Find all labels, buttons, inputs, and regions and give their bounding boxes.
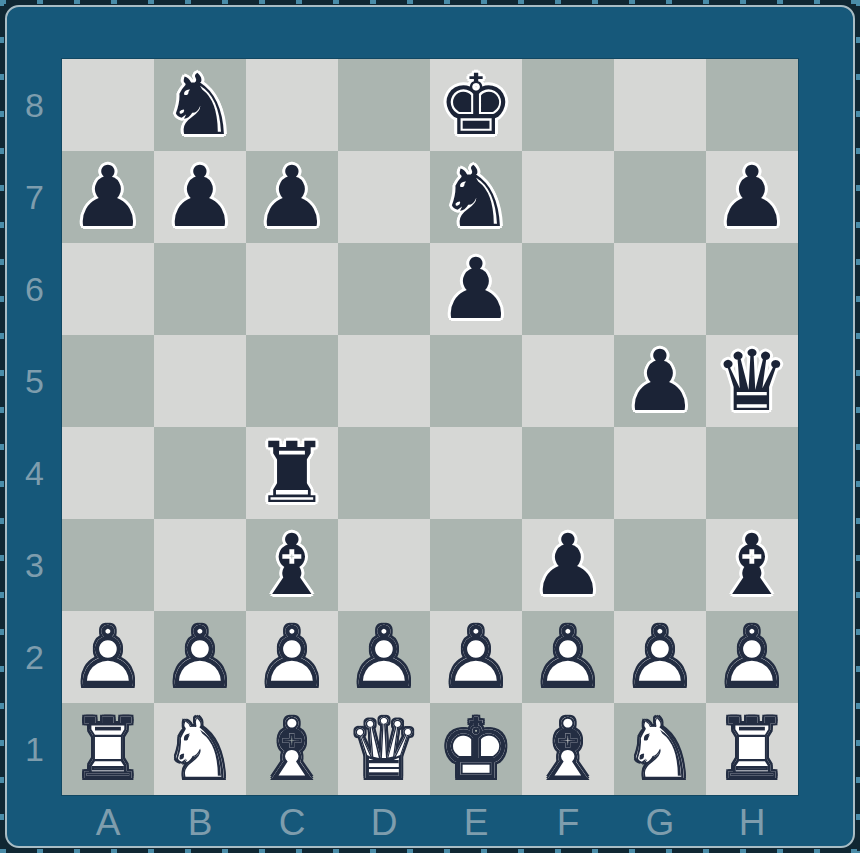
piece-black-rook[interactable]: ♜ [246, 427, 338, 519]
piece-glyph-outline: ♔ [430, 703, 522, 795]
piece-glyph-outline: ♙ [154, 611, 246, 703]
piece-black-queen[interactable]: ♛ [706, 335, 798, 427]
piece-glyph: ♚ [430, 59, 522, 151]
piece-glyph-outline: ♙ [706, 611, 798, 703]
square-a2[interactable]: ♟♙ [62, 611, 154, 703]
app-frame: 87654321 ♞♚♟♟♟♞♟♟♟♛♜♝♟♝♟♙♟♙♟♙♟♙♟♙♟♙♟♙♟♙♜… [0, 0, 860, 853]
square-a4[interactable] [62, 427, 154, 519]
piece-glyph-outline: ♘ [154, 703, 246, 795]
square-h3[interactable]: ♝ [706, 519, 798, 611]
square-d3[interactable] [338, 519, 430, 611]
square-g6[interactable] [614, 243, 706, 335]
piece-black-king[interactable]: ♚ [430, 59, 522, 151]
square-c6[interactable] [246, 243, 338, 335]
board-panel: 87654321 ♞♚♟♟♟♞♟♟♟♛♜♝♟♝♟♙♟♙♟♙♟♙♟♙♟♙♟♙♟♙♜… [5, 5, 855, 848]
square-f4[interactable] [522, 427, 614, 519]
square-b5[interactable] [154, 335, 246, 427]
square-f7[interactable] [522, 151, 614, 243]
file-label-d: D [338, 801, 430, 845]
rank-label-3: 3 [7, 519, 62, 611]
piece-glyph: ♟ [522, 519, 614, 611]
rank-label-8: 8 [7, 59, 62, 151]
piece-glyph-outline: ♘ [614, 703, 706, 795]
square-g3[interactable] [614, 519, 706, 611]
piece-white-pawn[interactable]: ♟♙ [338, 611, 430, 703]
square-f2[interactable]: ♟♙ [522, 611, 614, 703]
square-e3[interactable] [430, 519, 522, 611]
square-c1[interactable]: ♝♗ [246, 703, 338, 795]
square-h1[interactable]: ♜♖ [706, 703, 798, 795]
edge-ticks-right [856, 0, 860, 853]
square-d5[interactable] [338, 335, 430, 427]
piece-black-pawn[interactable]: ♟ [430, 243, 522, 335]
piece-white-king[interactable]: ♚♔ [430, 703, 522, 795]
square-e8[interactable]: ♚ [430, 59, 522, 151]
piece-glyph-outline: ♗ [522, 703, 614, 795]
square-b2[interactable]: ♟♙ [154, 611, 246, 703]
piece-glyph-outline: ♗ [246, 703, 338, 795]
square-a1[interactable]: ♜♖ [62, 703, 154, 795]
piece-glyph: ♟ [614, 335, 706, 427]
square-g4[interactable] [614, 427, 706, 519]
square-h8[interactable] [706, 59, 798, 151]
square-e6[interactable]: ♟ [430, 243, 522, 335]
piece-black-bishop[interactable]: ♝ [246, 519, 338, 611]
piece-glyph-outline: ♕ [338, 703, 430, 795]
square-b7[interactable]: ♟ [154, 151, 246, 243]
piece-glyph: ♜ [246, 427, 338, 519]
square-a8[interactable] [62, 59, 154, 151]
piece-black-knight[interactable]: ♞ [154, 59, 246, 151]
square-c4[interactable]: ♜ [246, 427, 338, 519]
square-f6[interactable] [522, 243, 614, 335]
rank-label-7: 7 [7, 151, 62, 243]
piece-white-bishop[interactable]: ♝♗ [246, 703, 338, 795]
piece-white-pawn[interactable]: ♟♙ [62, 611, 154, 703]
piece-white-rook[interactable]: ♜♖ [62, 703, 154, 795]
piece-black-bishop[interactable]: ♝ [706, 519, 798, 611]
file-label-e: E [430, 801, 522, 845]
square-d4[interactable] [338, 427, 430, 519]
square-a6[interactable] [62, 243, 154, 335]
rank-labels: 87654321 [7, 59, 62, 795]
chess-board[interactable]: ♞♚♟♟♟♞♟♟♟♛♜♝♟♝♟♙♟♙♟♙♟♙♟♙♟♙♟♙♟♙♜♖♞♘♝♗♛♕♚♔… [62, 59, 798, 795]
square-b1[interactable]: ♞♘ [154, 703, 246, 795]
square-f5[interactable] [522, 335, 614, 427]
rank-label-6: 6 [7, 243, 62, 335]
piece-glyph: ♛ [706, 335, 798, 427]
piece-white-queen[interactable]: ♛♕ [338, 703, 430, 795]
piece-glyph-outline: ♙ [522, 611, 614, 703]
square-b6[interactable] [154, 243, 246, 335]
square-c8[interactable] [246, 59, 338, 151]
piece-glyph-outline: ♙ [246, 611, 338, 703]
piece-black-pawn[interactable]: ♟ [246, 151, 338, 243]
file-label-g: G [614, 801, 706, 845]
piece-glyph: ♟ [430, 243, 522, 335]
piece-black-pawn[interactable]: ♟ [154, 151, 246, 243]
piece-black-pawn[interactable]: ♟ [62, 151, 154, 243]
piece-black-pawn[interactable]: ♟ [706, 151, 798, 243]
piece-white-pawn[interactable]: ♟♙ [246, 611, 338, 703]
square-e5[interactable] [430, 335, 522, 427]
rank-label-5: 5 [7, 335, 62, 427]
piece-glyph-outline: ♙ [338, 611, 430, 703]
square-c3[interactable]: ♝ [246, 519, 338, 611]
square-b4[interactable] [154, 427, 246, 519]
piece-glyph: ♟ [62, 151, 154, 243]
square-c7[interactable]: ♟ [246, 151, 338, 243]
file-label-h: H [706, 801, 798, 845]
file-label-a: A [62, 801, 154, 845]
square-e1[interactable]: ♚♔ [430, 703, 522, 795]
square-a3[interactable] [62, 519, 154, 611]
square-b3[interactable] [154, 519, 246, 611]
piece-glyph: ♝ [706, 519, 798, 611]
rank-label-4: 4 [7, 427, 62, 519]
piece-white-rook[interactable]: ♜♖ [706, 703, 798, 795]
edge-ticks-bottom [0, 849, 860, 853]
square-a5[interactable] [62, 335, 154, 427]
edge-ticks-top [0, 0, 860, 4]
square-h4[interactable] [706, 427, 798, 519]
square-h2[interactable]: ♟♙ [706, 611, 798, 703]
square-g8[interactable] [614, 59, 706, 151]
file-label-f: F [522, 801, 614, 845]
square-a7[interactable]: ♟ [62, 151, 154, 243]
square-h6[interactable] [706, 243, 798, 335]
piece-glyph-outline: ♙ [614, 611, 706, 703]
piece-black-pawn[interactable]: ♟ [522, 519, 614, 611]
piece-glyph: ♞ [430, 151, 522, 243]
file-label-b: B [154, 801, 246, 845]
square-f1[interactable]: ♝♗ [522, 703, 614, 795]
piece-white-knight[interactable]: ♞♘ [154, 703, 246, 795]
square-f3[interactable]: ♟ [522, 519, 614, 611]
square-g7[interactable] [614, 151, 706, 243]
piece-glyph: ♟ [706, 151, 798, 243]
rank-label-2: 2 [7, 611, 62, 703]
file-label-c: C [246, 801, 338, 845]
square-g5[interactable]: ♟ [614, 335, 706, 427]
piece-glyph-outline: ♙ [430, 611, 522, 703]
piece-white-pawn[interactable]: ♟♙ [430, 611, 522, 703]
edge-ticks-left [0, 0, 4, 853]
square-d7[interactable] [338, 151, 430, 243]
piece-white-pawn[interactable]: ♟♙ [522, 611, 614, 703]
square-h5[interactable]: ♛ [706, 335, 798, 427]
square-c2[interactable]: ♟♙ [246, 611, 338, 703]
square-g2[interactable]: ♟♙ [614, 611, 706, 703]
piece-glyph-outline: ♖ [62, 703, 154, 795]
square-b8[interactable]: ♞ [154, 59, 246, 151]
rank-label-1: 1 [7, 703, 62, 795]
file-labels: ABCDEFGH [62, 801, 798, 845]
piece-glyph: ♟ [154, 151, 246, 243]
piece-glyph-outline: ♙ [62, 611, 154, 703]
square-f8[interactable] [522, 59, 614, 151]
piece-white-pawn[interactable]: ♟♙ [614, 611, 706, 703]
square-d8[interactable] [338, 59, 430, 151]
square-e2[interactable]: ♟♙ [430, 611, 522, 703]
piece-white-knight[interactable]: ♞♘ [614, 703, 706, 795]
square-d1[interactable]: ♛♕ [338, 703, 430, 795]
square-d2[interactable]: ♟♙ [338, 611, 430, 703]
square-g1[interactable]: ♞♘ [614, 703, 706, 795]
square-e7[interactable]: ♞ [430, 151, 522, 243]
piece-glyph-outline: ♖ [706, 703, 798, 795]
piece-black-knight[interactable]: ♞ [430, 151, 522, 243]
piece-white-pawn[interactable]: ♟♙ [706, 611, 798, 703]
piece-white-bishop[interactable]: ♝♗ [522, 703, 614, 795]
piece-black-pawn[interactable]: ♟ [614, 335, 706, 427]
piece-white-pawn[interactable]: ♟♙ [154, 611, 246, 703]
square-c5[interactable] [246, 335, 338, 427]
square-d6[interactable] [338, 243, 430, 335]
piece-glyph: ♞ [154, 59, 246, 151]
piece-glyph: ♟ [246, 151, 338, 243]
square-h7[interactable]: ♟ [706, 151, 798, 243]
square-e4[interactable] [430, 427, 522, 519]
piece-glyph: ♝ [246, 519, 338, 611]
